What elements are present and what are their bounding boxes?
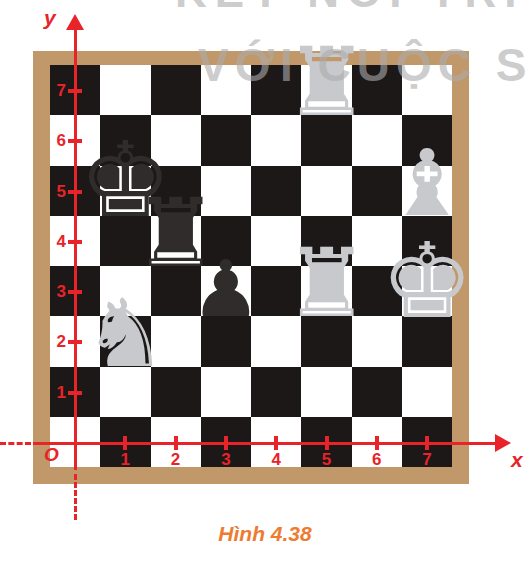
white-rook: ♜ [284,236,369,331]
x-tick-label: 1 [112,450,138,470]
y-axis-label: y [44,6,56,30]
y-axis-tick [68,240,82,244]
x-axis-arrowhead [495,434,511,452]
x-tick-label: 2 [163,450,189,470]
board-square [402,367,452,417]
x-tick-label: 5 [314,450,340,470]
y-axis-tick [68,391,82,395]
board-square [100,65,150,115]
y-tick-label: 5 [40,182,66,202]
white-bishop: ♝ [386,138,468,230]
watermark-line2: VỚI CUỘC SỐN [198,38,531,92]
board-square [301,166,351,216]
figure-caption: Hình 4.38 [115,522,415,546]
y-tick-label: 6 [40,131,66,151]
y-axis-tick [68,89,82,93]
x-axis-tick [174,436,178,450]
y-axis-tick [68,139,82,143]
y-axis-tick [68,340,82,344]
y-axis-line [74,28,77,470]
board-square [201,115,251,165]
y-axis-tick [68,190,82,194]
board-square [201,367,251,417]
board-square [251,367,301,417]
watermark-line1: KẾT NỐI TRI TH [175,0,531,17]
y-tick-label: 1 [40,383,66,403]
x-axis-tick [325,436,329,450]
y-tick-label: 7 [40,81,66,101]
x-axis-tick [224,436,228,450]
y-axis-tick [68,290,82,294]
board-square [301,367,351,417]
x-axis-dashed-extension [0,442,31,445]
x-axis-tick [123,436,127,450]
y-tick-label: 2 [40,332,66,352]
origin-label: O [44,444,59,466]
x-tick-label: 7 [414,450,440,470]
black-pawn: ♟ [191,250,261,328]
x-axis-tick [375,436,379,450]
figure-chessboard-coordinates: KẾT NỐI TRI TH VỚI CUỘC SỐN O y x Hình 4… [0,0,531,563]
x-tick-label: 3 [213,450,239,470]
x-axis-label: x [511,448,523,472]
x-axis-tick [274,436,278,450]
x-axis-tick [425,436,429,450]
board-square [352,367,402,417]
x-tick-label: 4 [263,450,289,470]
board-square [151,65,201,115]
board-square [251,166,301,216]
y-tick-label: 3 [40,282,66,302]
x-tick-label: 6 [364,450,390,470]
y-tick-label: 4 [40,232,66,252]
white-knight: ♞ [83,287,167,381]
white-king: ♚ [380,229,473,333]
y-axis-dashed-extension [74,474,77,520]
